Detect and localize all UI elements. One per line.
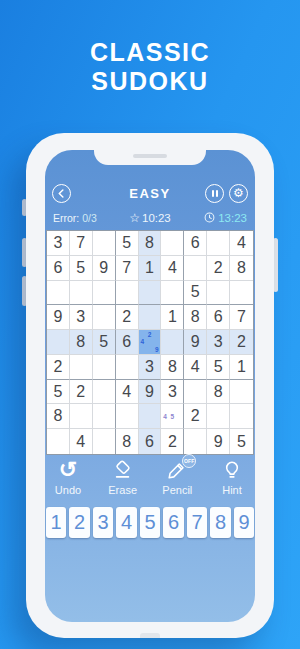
sudoku-cell-r4c9[interactable]: 7 <box>230 305 253 330</box>
numpad-key-2[interactable]: 2 <box>69 507 90 538</box>
timer-value: 13:23 <box>218 212 247 224</box>
sudoku-cell-r1c6[interactable] <box>161 231 184 256</box>
numpad-key-8[interactable]: 8 <box>210 507 231 538</box>
sudoku-cell-r1c8[interactable] <box>207 231 230 256</box>
sudoku-cell-r4c1[interactable]: 9 <box>47 305 70 330</box>
erase-button[interactable]: Erase <box>103 459 143 496</box>
settings-button[interactable]: ⚙ <box>229 184 248 203</box>
phone-frame: EASY ⚙ Error: 0/3 ☆ 10:23 <box>26 133 274 638</box>
sudoku-cell-r4c3[interactable] <box>93 305 116 330</box>
sudoku-cell-r7c3[interactable] <box>93 380 116 405</box>
sudoku-cell-r8c8[interactable] <box>207 404 230 429</box>
sudoku-cell-r5c3[interactable]: 5 <box>93 330 116 355</box>
sudoku-cell-r2c8[interactable]: 2 <box>207 256 230 281</box>
sudoku-cell-r6c7[interactable]: 4 <box>184 355 207 380</box>
sudoku-cell-r9c5[interactable]: 6 <box>139 429 162 454</box>
sudoku-cell-r5c9[interactable]: 2 <box>230 330 253 355</box>
pencil-marks: 249 <box>139 330 161 354</box>
numpad: 123456789 <box>45 507 255 538</box>
sudoku-cell-r6c4[interactable] <box>116 355 139 380</box>
error-value: 0/3 <box>82 212 97 224</box>
numpad-key-1[interactable]: 1 <box>46 507 67 538</box>
sudoku-cell-r8c3[interactable] <box>93 404 116 429</box>
speaker <box>133 154 167 158</box>
sudoku-cell-r7c7[interactable] <box>184 380 207 405</box>
sudoku-cell-r3c6[interactable] <box>161 281 184 306</box>
sudoku-cell-r2c7[interactable] <box>184 256 207 281</box>
sudoku-cell-r3c1[interactable] <box>47 281 70 306</box>
hint-label: Hint <box>222 484 242 496</box>
undo-button[interactable]: ↺ Undo <box>48 459 88 496</box>
pause-button[interactable] <box>205 184 224 203</box>
sudoku-cell-r9c4[interactable]: 8 <box>116 429 139 454</box>
sudoku-cell-r8c9[interactable] <box>230 404 253 429</box>
sudoku-cell-r2c3[interactable]: 9 <box>93 256 116 281</box>
sudoku-cell-r7c4[interactable]: 4 <box>116 380 139 405</box>
sudoku-cell-r2c1[interactable]: 6 <box>47 256 70 281</box>
pencil-off-badge: OFF <box>182 454 196 468</box>
chevron-left-icon <box>57 189 66 198</box>
sudoku-cell-r2c2[interactable]: 5 <box>70 256 93 281</box>
sudoku-cell-r4c7[interactable]: 8 <box>184 305 207 330</box>
sudoku-cell-r1c7[interactable]: 6 <box>184 231 207 256</box>
sudoku-cell-r3c5[interactable] <box>139 281 162 306</box>
sudoku-cell-r6c9[interactable]: 1 <box>230 355 253 380</box>
sudoku-cell-r1c1[interactable]: 3 <box>47 231 70 256</box>
sudoku-cell-r9c2[interactable]: 4 <box>70 429 93 454</box>
sudoku-cell-r5c4[interactable]: 6 <box>116 330 139 355</box>
numpad-key-3[interactable]: 3 <box>93 507 114 538</box>
sudoku-cell-r5c7[interactable]: 9 <box>184 330 207 355</box>
sudoku-cell-r5c6[interactable] <box>161 330 184 355</box>
nav-bar: EASY ⚙ <box>52 183 248 203</box>
sudoku-cell-r1c2[interactable]: 7 <box>70 231 93 256</box>
star-icon: ☆ <box>129 212 140 224</box>
sudoku-cell-r7c9[interactable] <box>230 380 253 405</box>
sudoku-cell-r4c5[interactable] <box>139 305 162 330</box>
sudoku-cell-r8c4[interactable] <box>116 404 139 429</box>
sudoku-cell-r4c2[interactable]: 3 <box>70 305 93 330</box>
clock-icon <box>204 212 215 223</box>
sudoku-cell-r9c8[interactable]: 9 <box>207 429 230 454</box>
pencil-button[interactable]: OFF Pencil <box>157 459 197 496</box>
best-time: 10:23 <box>142 212 171 224</box>
sudoku-cell-r8c7[interactable]: 2 <box>184 404 207 429</box>
sudoku-cell-r7c2[interactable]: 2 <box>70 380 93 405</box>
sudoku-cell-r3c4[interactable] <box>116 281 139 306</box>
sudoku-cell-r5c8[interactable]: 3 <box>207 330 230 355</box>
phone-screen: EASY ⚙ Error: 0/3 ☆ 10:23 <box>45 150 255 622</box>
sudoku-cell-r8c6[interactable]: 45 <box>161 404 184 429</box>
sudoku-cell-r2c5[interactable]: 1 <box>139 256 162 281</box>
pause-icon <box>212 190 218 197</box>
sudoku-cell-r8c2[interactable] <box>70 404 93 429</box>
sudoku-cell-r4c4[interactable]: 2 <box>116 305 139 330</box>
background: CLASSIC SUDOKU EASY ⚙ <box>0 0 300 649</box>
hint-button[interactable]: Hint <box>212 459 252 496</box>
sudoku-cell-r6c5[interactable]: 3 <box>139 355 162 380</box>
pencil-marks: 45 <box>161 404 183 428</box>
erase-label: Erase <box>108 484 137 496</box>
sudoku-cell-r1c4[interactable]: 5 <box>116 231 139 256</box>
pencil-label: Pencil <box>162 484 192 496</box>
sudoku-cell-r6c3[interactable] <box>93 355 116 380</box>
undo-label: Undo <box>55 484 81 496</box>
sudoku-cell-r3c8[interactable] <box>207 281 230 306</box>
numpad-key-7[interactable]: 7 <box>187 507 208 538</box>
sudoku-cell-r3c7[interactable]: 5 <box>184 281 207 306</box>
sudoku-cell-r7c8[interactable]: 8 <box>207 380 230 405</box>
sudoku-grid: 3758646597142859321867856249932238451524… <box>46 230 254 455</box>
status-bar: Error: 0/3 ☆ 10:23 13:23 <box>53 210 247 225</box>
charging-port <box>140 633 160 638</box>
error-label: Error: <box>53 212 79 224</box>
eraser-icon <box>112 459 134 481</box>
app-title-line2: SUDOKU <box>0 67 300 96</box>
sudoku-cell-r7c1[interactable]: 5 <box>47 380 70 405</box>
toolbar: ↺ Undo Erase OFF Pencil Hint <box>48 459 252 496</box>
back-button[interactable] <box>52 184 71 203</box>
sudoku-cell-r5c5[interactable]: 249 <box>139 330 162 355</box>
sudoku-cell-r5c1[interactable] <box>47 330 70 355</box>
sudoku-cell-r1c3[interactable] <box>93 231 116 256</box>
app-title-line1: CLASSIC <box>0 38 300 67</box>
bulb-icon <box>221 459 243 481</box>
sudoku-cell-r9c9[interactable]: 5 <box>230 429 253 454</box>
numpad-key-6[interactable]: 6 <box>163 507 184 538</box>
sudoku-cell-r2c6[interactable]: 4 <box>161 256 184 281</box>
sudoku-cell-r1c9[interactable]: 4 <box>230 231 253 256</box>
app-title: CLASSIC SUDOKU <box>0 38 300 96</box>
sudoku-cell-r6c6[interactable]: 8 <box>161 355 184 380</box>
sudoku-cell-r5c2[interactable]: 8 <box>70 330 93 355</box>
sudoku-cell-r4c6[interactable]: 1 <box>161 305 184 330</box>
sudoku-cell-r2c4[interactable]: 7 <box>116 256 139 281</box>
numpad-key-9[interactable]: 9 <box>234 507 255 538</box>
sudoku-cell-r4c8[interactable]: 6 <box>207 305 230 330</box>
sudoku-cell-r6c1[interactable]: 2 <box>47 355 70 380</box>
sudoku-cell-r9c6[interactable]: 2 <box>161 429 184 454</box>
sudoku-cell-r9c7[interactable] <box>184 429 207 454</box>
sudoku-cell-r3c3[interactable] <box>93 281 116 306</box>
numpad-key-5[interactable]: 5 <box>140 507 161 538</box>
undo-icon: ↺ <box>59 459 77 481</box>
sudoku-cell-r3c9[interactable] <box>230 281 253 306</box>
sudoku-cell-r8c1[interactable]: 8 <box>47 404 70 429</box>
gear-icon: ⚙ <box>233 187 244 199</box>
sudoku-cell-r9c3[interactable] <box>93 429 116 454</box>
numpad-key-4[interactable]: 4 <box>116 507 137 538</box>
sudoku-cell-r1c5[interactable]: 8 <box>139 231 162 256</box>
sudoku-cell-r9c1[interactable] <box>47 429 70 454</box>
sudoku-cell-r6c8[interactable]: 5 <box>207 355 230 380</box>
notch <box>94 150 206 165</box>
sudoku-cell-r6c2[interactable] <box>70 355 93 380</box>
sudoku-cell-r8c5[interactable] <box>139 404 162 429</box>
sudoku-cell-r2c9[interactable]: 8 <box>230 256 253 281</box>
sudoku-cell-r7c6[interactable]: 3 <box>161 380 184 405</box>
sudoku-cell-r3c2[interactable] <box>70 281 93 306</box>
sudoku-cell-r7c5[interactable]: 9 <box>139 380 162 405</box>
